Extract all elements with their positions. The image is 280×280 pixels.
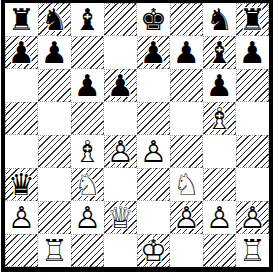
square-h1: ♜♖	[236, 234, 269, 267]
square-e3	[137, 168, 170, 201]
square-d6: ♟♟	[104, 69, 137, 102]
white-pawn: ♙	[71, 201, 104, 234]
black-rook: ♜	[5, 3, 38, 36]
square-e2	[137, 201, 170, 234]
white-king: ♔	[137, 234, 170, 267]
white-bishop: ♗	[203, 102, 236, 135]
chess-board: ♜♜♞♞♝♝♚♚♞♞♜♜♟♟♟♟♟♟♟♟♝♝♟♟♟♟♟♟♟♟♝♗♝♗♟♙♟♙♛♛…	[5, 3, 269, 267]
square-b2	[38, 201, 71, 234]
square-d8	[104, 3, 137, 36]
square-a1	[5, 234, 38, 267]
square-f7: ♟♟	[170, 36, 203, 69]
square-d1	[104, 234, 137, 267]
square-b1: ♜♖	[38, 234, 71, 267]
white-pawn: ♙	[5, 201, 38, 234]
square-e4: ♟♙	[137, 135, 170, 168]
white-queen: ♕	[104, 201, 137, 234]
square-g5: ♝♗	[203, 102, 236, 135]
white-pawn: ♙	[170, 201, 203, 234]
black-rook: ♜	[236, 3, 269, 36]
square-h7: ♟♟	[236, 36, 269, 69]
square-h6	[236, 69, 269, 102]
square-c6: ♟♟	[71, 69, 104, 102]
square-c2: ♟♙	[71, 201, 104, 234]
square-d4: ♟♙	[104, 135, 137, 168]
square-e1: ♚♔	[137, 234, 170, 267]
black-knight: ♞	[203, 3, 236, 36]
square-c8: ♝♝	[71, 3, 104, 36]
square-c5	[71, 102, 104, 135]
square-c1	[71, 234, 104, 267]
square-a3: ♛♛	[5, 168, 38, 201]
square-h2: ♟♙	[236, 201, 269, 234]
square-g6: ♟♟	[203, 69, 236, 102]
square-b6	[38, 69, 71, 102]
board-frame: ♜♜♞♞♝♝♚♚♞♞♜♜♟♟♟♟♟♟♟♟♝♝♟♟♟♟♟♟♟♟♝♗♝♗♟♙♟♙♛♛…	[1, 0, 273, 272]
black-knight: ♞	[38, 3, 71, 36]
square-f1	[170, 234, 203, 267]
square-h5	[236, 102, 269, 135]
white-knight: ♘	[71, 168, 104, 201]
square-h4	[236, 135, 269, 168]
square-b7: ♟♟	[38, 36, 71, 69]
square-a7: ♟♟	[5, 36, 38, 69]
black-bishop: ♝	[203, 36, 236, 69]
square-a5	[5, 102, 38, 135]
white-rook: ♖	[236, 234, 269, 267]
square-g2: ♟♙	[203, 201, 236, 234]
white-pawn: ♙	[104, 135, 137, 168]
square-f4	[170, 135, 203, 168]
square-g4	[203, 135, 236, 168]
square-b3	[38, 168, 71, 201]
white-knight: ♘	[170, 168, 203, 201]
black-pawn: ♟	[203, 69, 236, 102]
black-pawn: ♟	[71, 69, 104, 102]
white-pawn: ♙	[137, 135, 170, 168]
square-e8: ♚♚	[137, 3, 170, 36]
square-h8: ♜♜	[236, 3, 269, 36]
black-pawn: ♟	[38, 36, 71, 69]
black-pawn: ♟	[137, 36, 170, 69]
black-bishop: ♝	[71, 3, 104, 36]
square-f6	[170, 69, 203, 102]
square-d3	[104, 168, 137, 201]
black-pawn: ♟	[236, 36, 269, 69]
square-g1	[203, 234, 236, 267]
black-pawn: ♟	[104, 69, 137, 102]
black-king: ♚	[137, 3, 170, 36]
black-pawn: ♟	[5, 36, 38, 69]
white-bishop: ♗	[71, 135, 104, 168]
square-c7	[71, 36, 104, 69]
square-g8: ♞♞	[203, 3, 236, 36]
square-b8: ♞♞	[38, 3, 71, 36]
square-h3	[236, 168, 269, 201]
square-a4	[5, 135, 38, 168]
square-a8: ♜♜	[5, 3, 38, 36]
square-e6	[137, 69, 170, 102]
square-f3: ♞♘	[170, 168, 203, 201]
white-pawn: ♙	[236, 201, 269, 234]
square-f5	[170, 102, 203, 135]
square-g3	[203, 168, 236, 201]
square-f8	[170, 3, 203, 36]
square-e7: ♟♟	[137, 36, 170, 69]
square-d5	[104, 102, 137, 135]
square-a2: ♟♙	[5, 201, 38, 234]
square-e5	[137, 102, 170, 135]
square-c3: ♞♘	[71, 168, 104, 201]
square-d7	[104, 36, 137, 69]
square-a6	[5, 69, 38, 102]
square-f2: ♟♙	[170, 201, 203, 234]
white-rook: ♖	[38, 234, 71, 267]
white-pawn: ♙	[203, 201, 236, 234]
square-c4: ♝♗	[71, 135, 104, 168]
black-pawn: ♟	[170, 36, 203, 69]
black-queen: ♛	[5, 168, 38, 201]
square-b4	[38, 135, 71, 168]
square-d2: ♛♕	[104, 201, 137, 234]
square-g7: ♝♝	[203, 36, 236, 69]
square-b5	[38, 102, 71, 135]
